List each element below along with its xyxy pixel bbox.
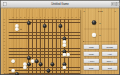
- black-stone: [43, 24, 47, 28]
- star-point: [20, 29, 21, 30]
- top-coordinate-label: C: [15, 16, 18, 18]
- left-coordinate-label: 9: [3, 50, 5, 52]
- divider: [83, 41, 117, 42]
- top-coordinate-label: E: [23, 16, 26, 18]
- left-coordinate-label: 11: [3, 44, 5, 46]
- left-coordinate-label: 18: [3, 22, 5, 24]
- black-stone: [15, 72, 19, 75]
- pass-button[interactable]: Pass: [83, 44, 99, 49]
- white-stone: [62, 43, 66, 47]
- panel-buttons: PassResignUndoHint< PrevNext >NewQuit: [83, 44, 118, 71]
- top-coordinate-label: Q: [67, 16, 70, 18]
- black-stone: [27, 21, 31, 25]
- white-stone: [23, 66, 27, 70]
- black-status-count: 0: [81, 10, 87, 13]
- star-point: [68, 29, 69, 30]
- left-coordinate-label: 17: [3, 25, 5, 27]
- left-coordinate-label: 3: [3, 69, 5, 71]
- white-captures: 0: [99, 34, 100, 37]
- top-coordinate-label: P: [63, 16, 66, 18]
- star-point: [68, 67, 69, 68]
- hint-button[interactable]: Hint: [102, 51, 118, 56]
- left-coordinate-label: 6: [3, 60, 5, 62]
- left-coordinate-label: 15: [3, 31, 5, 33]
- top-coordinate-label: M: [51, 16, 54, 18]
- close-box-icon[interactable]: [3, 3, 7, 7]
- left-coordinate-label: 13: [3, 38, 5, 40]
- window-title: Untitled Game: [51, 1, 69, 8]
- white-player-stone-icon: [92, 33, 97, 38]
- top-coordinate-label: F: [27, 16, 30, 18]
- top-coordinate-label: K: [43, 16, 46, 18]
- top-coordinate-label: S: [75, 16, 78, 18]
- app-scale-wrapper: Untitled Game AABBCCDDEEFFGGHHJJKKLLMMNN…: [0, 0, 120, 75]
- star-point: [68, 48, 69, 49]
- star-point: [44, 29, 45, 30]
- top-coordinate-label: T: [79, 16, 82, 18]
- white-stone: [62, 66, 66, 70]
- prev-button[interactable]: < Prev: [83, 58, 99, 63]
- left-coordinate-label: 19: [3, 18, 5, 20]
- black-stone: [58, 24, 62, 28]
- next-button[interactable]: Next >: [102, 58, 118, 63]
- top-coordinate-label: B: [12, 16, 15, 18]
- black-stone: [27, 62, 31, 66]
- top-coordinate-label: D: [19, 16, 22, 18]
- top-coordinate-label: A: [8, 16, 11, 18]
- top-coordinate-label: H: [35, 16, 38, 18]
- left-coordinate-label: 7: [3, 57, 5, 59]
- black-player-stone-icon: [92, 20, 97, 25]
- top-coordinate-label: R: [71, 16, 74, 18]
- left-coordinate-label: 14: [3, 34, 5, 36]
- left-coordinate-label: 16: [3, 28, 5, 30]
- top-coordinate-label: O: [59, 16, 62, 18]
- collapse-box-icon[interactable]: [116, 3, 120, 7]
- go-board: AABBCCDDEEFFGGHHJJKKLLMMNNOOPPQQRRSSTT19…: [3, 9, 80, 73]
- star-point: [44, 67, 45, 68]
- zoom-box-icon[interactable]: [112, 3, 116, 7]
- left-coordinate-label: 10: [3, 47, 5, 49]
- divider: [83, 29, 117, 30]
- star-point: [20, 67, 21, 68]
- top-coordinate-label: N: [55, 16, 58, 18]
- top-coordinate-label: G: [31, 16, 34, 18]
- star-point: [20, 48, 21, 49]
- window-titlebar[interactable]: Untitled Game: [1, 1, 120, 9]
- left-coordinate-label: 2: [3, 73, 5, 75]
- top-coordinate-label: J: [39, 16, 42, 18]
- white-status-count: 0: [112, 10, 118, 13]
- quit-button[interactable]: Quit: [102, 65, 118, 70]
- left-coordinate-label: 12: [3, 41, 5, 43]
- new-button[interactable]: New: [83, 65, 99, 70]
- left-coordinate-label: 5: [3, 63, 5, 65]
- top-coordinate-label: L: [47, 16, 50, 18]
- black-captures: 0: [99, 21, 100, 24]
- game-clock: 1:13: [93, 10, 108, 13]
- left-coordinate-label: 4: [3, 66, 5, 68]
- undo-button[interactable]: Undo: [83, 51, 99, 56]
- left-coordinate-label: 8: [3, 54, 5, 56]
- resign-button[interactable]: Resign: [102, 44, 118, 49]
- white-stone: [11, 59, 15, 63]
- go-app-window: Untitled Game AABBCCDDEEFFGGHHJJKKLLMMNN…: [0, 0, 120, 75]
